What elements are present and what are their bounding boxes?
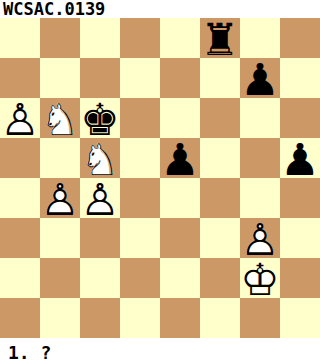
square-h8[interactable] [280, 18, 320, 58]
square-h1[interactable] [280, 298, 320, 338]
black-pawn-g7[interactable]: ♟ [240, 58, 279, 102]
square-g3[interactable]: ♟♙ [240, 218, 280, 258]
square-c4[interactable]: ♟♙ [80, 178, 120, 218]
square-f7[interactable] [200, 58, 240, 98]
square-a6[interactable]: ♟♙ [0, 98, 40, 138]
square-f3[interactable] [200, 218, 240, 258]
move-prompt: 1. ? [0, 338, 320, 360]
chess-board: ♜♟♟♙♞♘♚♞♘♟♟♟♙♟♙♟♙♚♔ [0, 18, 320, 338]
square-f6[interactable] [200, 98, 240, 138]
page-title: WCSAC.0139 [0, 0, 320, 18]
square-d2[interactable] [120, 258, 160, 298]
square-e7[interactable] [160, 58, 200, 98]
square-c8[interactable] [80, 18, 120, 58]
square-d3[interactable] [120, 218, 160, 258]
square-g4[interactable] [240, 178, 280, 218]
square-d7[interactable] [120, 58, 160, 98]
square-e6[interactable] [160, 98, 200, 138]
square-d8[interactable] [120, 18, 160, 58]
square-c2[interactable] [80, 258, 120, 298]
white-pawn-b4[interactable]: ♟♙ [40, 178, 79, 222]
square-b1[interactable] [40, 298, 80, 338]
square-f5[interactable] [200, 138, 240, 178]
square-a1[interactable] [0, 298, 40, 338]
square-g1[interactable] [240, 298, 280, 338]
square-e5[interactable]: ♟ [160, 138, 200, 178]
square-b7[interactable] [40, 58, 80, 98]
black-pawn-e5[interactable]: ♟ [160, 138, 199, 182]
square-a5[interactable] [0, 138, 40, 178]
square-f8[interactable]: ♜ [200, 18, 240, 58]
white-pawn-c4[interactable]: ♟♙ [80, 178, 119, 222]
square-d6[interactable] [120, 98, 160, 138]
square-g7[interactable]: ♟ [240, 58, 280, 98]
square-a4[interactable] [0, 178, 40, 218]
square-b8[interactable] [40, 18, 80, 58]
square-e4[interactable] [160, 178, 200, 218]
square-c7[interactable] [80, 58, 120, 98]
square-f2[interactable] [200, 258, 240, 298]
square-e3[interactable] [160, 218, 200, 258]
square-g8[interactable] [240, 18, 280, 58]
square-f4[interactable] [200, 178, 240, 218]
square-h3[interactable] [280, 218, 320, 258]
square-a7[interactable] [0, 58, 40, 98]
square-h2[interactable] [280, 258, 320, 298]
white-knight-b6[interactable]: ♞♘ [40, 98, 79, 142]
square-a3[interactable] [0, 218, 40, 258]
square-c6[interactable]: ♚ [80, 98, 120, 138]
square-h7[interactable] [280, 58, 320, 98]
square-d5[interactable] [120, 138, 160, 178]
square-h6[interactable] [280, 98, 320, 138]
square-b6[interactable]: ♞♘ [40, 98, 80, 138]
white-king-g2[interactable]: ♚♔ [240, 258, 279, 302]
square-a8[interactable] [0, 18, 40, 58]
square-h5[interactable]: ♟ [280, 138, 320, 178]
square-f1[interactable] [200, 298, 240, 338]
black-rook-f8[interactable]: ♜ [200, 18, 239, 62]
square-c5[interactable]: ♞♘ [80, 138, 120, 178]
square-g6[interactable] [240, 98, 280, 138]
square-b4[interactable]: ♟♙ [40, 178, 80, 218]
square-c3[interactable] [80, 218, 120, 258]
square-a2[interactable] [0, 258, 40, 298]
square-d1[interactable] [120, 298, 160, 338]
square-e1[interactable] [160, 298, 200, 338]
square-h4[interactable] [280, 178, 320, 218]
square-b3[interactable] [40, 218, 80, 258]
white-pawn-a6[interactable]: ♟♙ [0, 98, 39, 142]
square-e2[interactable] [160, 258, 200, 298]
square-d4[interactable] [120, 178, 160, 218]
square-e8[interactable] [160, 18, 200, 58]
black-pawn-h5[interactable]: ♟ [280, 138, 319, 182]
square-g2[interactable]: ♚♔ [240, 258, 280, 298]
square-b2[interactable] [40, 258, 80, 298]
square-c1[interactable] [80, 298, 120, 338]
square-b5[interactable] [40, 138, 80, 178]
square-g5[interactable] [240, 138, 280, 178]
